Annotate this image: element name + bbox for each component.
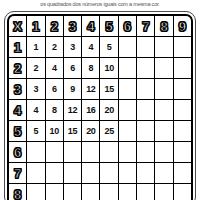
product-cell: 9 [64, 79, 81, 99]
empty-cell[interactable] [119, 100, 136, 120]
empty-cell[interactable] [119, 79, 136, 99]
empty-cell[interactable] [174, 121, 191, 141]
product-cell: 8 [82, 58, 99, 78]
empty-cell[interactable] [119, 184, 136, 200]
multiplication-grid: X123456789112345224681033691215448121620… [7, 14, 193, 200]
empty-cell[interactable] [174, 58, 191, 78]
product-cell: 15 [100, 79, 117, 99]
row-label-cell-8: 8 [9, 184, 26, 200]
empty-cell[interactable] [174, 142, 191, 162]
product-cell: 20 [82, 121, 99, 141]
header-cell-2: 2 [46, 16, 63, 36]
empty-cell[interactable] [155, 100, 172, 120]
header-cell-7: 7 [137, 16, 154, 36]
header-cell-5: 5 [100, 16, 117, 36]
empty-cell[interactable] [100, 184, 117, 200]
product-cell: 3 [27, 79, 44, 99]
product-cell: 1 [27, 37, 44, 57]
product-cell: 10 [100, 58, 117, 78]
header-cell-4: 4 [82, 16, 99, 36]
product-cell: 20 [100, 100, 117, 120]
empty-cell[interactable] [27, 142, 44, 162]
empty-cell[interactable] [64, 142, 81, 162]
row-label-cell-1: 1 [9, 37, 26, 57]
empty-cell[interactable] [174, 37, 191, 57]
worksheet-caption: os quadrados dos números iguais com a me… [0, 1, 200, 7]
empty-cell[interactable] [82, 163, 99, 183]
row-label-cell-3: 3 [9, 79, 26, 99]
product-cell: 12 [82, 79, 99, 99]
row-label-cell-6: 6 [9, 142, 26, 162]
row-label-cell-2: 2 [9, 58, 26, 78]
header-cell-3: 3 [64, 16, 81, 36]
header-cell-6: 6 [119, 16, 136, 36]
product-cell: 4 [27, 100, 44, 120]
product-cell: 4 [82, 37, 99, 57]
empty-cell[interactable] [137, 184, 154, 200]
empty-cell[interactable] [64, 163, 81, 183]
product-cell: 10 [46, 121, 63, 141]
empty-cell[interactable] [119, 142, 136, 162]
header-cell-8: 8 [155, 16, 172, 36]
product-cell: 2 [27, 58, 44, 78]
product-cell: 8 [46, 100, 63, 120]
row-label-cell-5: 5 [9, 121, 26, 141]
empty-cell[interactable] [46, 163, 63, 183]
empty-cell[interactable] [174, 79, 191, 99]
empty-cell[interactable] [119, 58, 136, 78]
empty-cell[interactable] [137, 142, 154, 162]
empty-cell[interactable] [27, 184, 44, 200]
product-cell: 6 [46, 79, 63, 99]
product-cell: 4 [46, 58, 63, 78]
product-cell: 5 [100, 37, 117, 57]
empty-cell[interactable] [82, 142, 99, 162]
empty-cell[interactable] [46, 184, 63, 200]
empty-cell[interactable] [64, 184, 81, 200]
empty-cell[interactable] [155, 163, 172, 183]
empty-cell[interactable] [119, 121, 136, 141]
product-cell: 6 [64, 58, 81, 78]
product-cell: 12 [64, 100, 81, 120]
product-cell: 15 [64, 121, 81, 141]
header-cell-x: X [9, 16, 26, 36]
empty-cell[interactable] [155, 58, 172, 78]
empty-cell[interactable] [137, 100, 154, 120]
worksheet-board: X123456789112345224681033691215448121620… [4, 11, 196, 200]
empty-cell[interactable] [174, 100, 191, 120]
empty-cell[interactable] [155, 142, 172, 162]
product-cell: 16 [82, 100, 99, 120]
empty-cell[interactable] [155, 79, 172, 99]
empty-cell[interactable] [174, 163, 191, 183]
product-cell: 25 [100, 121, 117, 141]
empty-cell[interactable] [174, 184, 191, 200]
empty-cell[interactable] [155, 184, 172, 200]
empty-cell[interactable] [137, 58, 154, 78]
empty-cell[interactable] [137, 37, 154, 57]
header-cell-1: 1 [27, 16, 44, 36]
empty-cell[interactable] [46, 142, 63, 162]
product-cell: 5 [27, 121, 44, 141]
empty-cell[interactable] [119, 37, 136, 57]
product-cell: 2 [46, 37, 63, 57]
empty-cell[interactable] [137, 163, 154, 183]
row-label-cell-7: 7 [9, 163, 26, 183]
empty-cell[interactable] [155, 37, 172, 57]
empty-cell[interactable] [100, 163, 117, 183]
header-cell-9: 9 [174, 16, 191, 36]
empty-cell[interactable] [100, 142, 117, 162]
empty-cell[interactable] [119, 163, 136, 183]
empty-cell[interactable] [155, 121, 172, 141]
row-label-cell-4: 4 [9, 100, 26, 120]
empty-cell[interactable] [27, 163, 44, 183]
empty-cell[interactable] [82, 184, 99, 200]
product-cell: 3 [64, 37, 81, 57]
empty-cell[interactable] [137, 79, 154, 99]
empty-cell[interactable] [137, 121, 154, 141]
